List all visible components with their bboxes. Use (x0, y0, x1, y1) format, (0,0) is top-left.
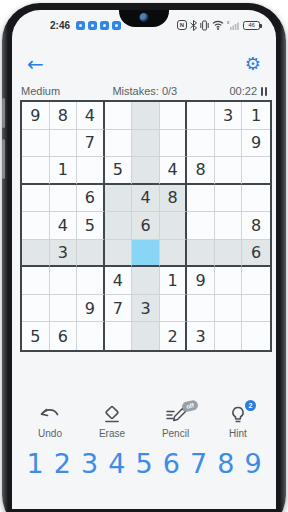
sudoku-cell-r5c1[interactable] (22, 212, 50, 240)
sudoku-cell-r2c3[interactable]: 7 (77, 130, 105, 158)
sudoku-cell-r6c3[interactable] (77, 240, 105, 268)
sudoku-cell-r9c7[interactable]: 3 (187, 322, 215, 350)
front-camera (140, 13, 149, 22)
signal-icon: x (227, 20, 239, 30)
sudoku-cell-r4c3[interactable]: 6 (77, 185, 105, 213)
numpad-9[interactable]: 9 (241, 448, 265, 479)
sudoku-cell-r2c1[interactable] (22, 130, 50, 158)
page: 2:46 N (0, 0, 288, 512)
wifi-icon (212, 20, 224, 30)
pencil-off-badge: off (181, 399, 199, 412)
sudoku-cell-r8c1[interactable] (22, 295, 50, 323)
numpad-8[interactable]: 8 (214, 448, 238, 479)
battery-icon: 46 (243, 21, 260, 30)
notification-app-icon (88, 21, 97, 30)
sudoku-cell-r1c7[interactable] (187, 102, 215, 130)
sudoku-cell-r4c6[interactable]: 8 (160, 185, 188, 213)
clock-text: 2:46 (50, 20, 70, 31)
sudoku-cell-r8c5[interactable]: 3 (132, 295, 160, 323)
nfc-icon: N (177, 20, 187, 30)
sudoku-cell-r8c7[interactable] (187, 295, 215, 323)
sudoku-cell-r9c9[interactable] (242, 322, 270, 350)
sudoku-cell-r6c7[interactable] (187, 240, 215, 268)
sudoku-cell-r3c5[interactable] (132, 157, 160, 185)
sudoku-cell-r3c7[interactable]: 8 (187, 157, 215, 185)
phone-frame: 2:46 N (2, 3, 286, 512)
numpad-2[interactable]: 2 (50, 448, 74, 479)
sudoku-cell-r2c6[interactable] (160, 130, 188, 158)
numpad-7[interactable]: 7 (187, 448, 211, 479)
sudoku-cell-r8c4[interactable]: 7 (105, 295, 133, 323)
sudoku-cell-r7c1[interactable] (22, 267, 50, 295)
pencil-button[interactable]: off Pencil (162, 405, 189, 439)
sudoku-cell-r8c8[interactable] (215, 295, 243, 323)
sudoku-cell-r1c3[interactable]: 4 (77, 102, 105, 130)
notification-app-icon (100, 21, 109, 30)
sudoku-cell-r3c6[interactable]: 4 (160, 157, 188, 185)
erase-label: Erase (99, 428, 125, 439)
numpad-4[interactable]: 4 (105, 448, 129, 479)
sudoku-cell-r5c3[interactable]: 5 (77, 212, 105, 240)
sudoku-cell-r3c9[interactable] (242, 157, 270, 185)
sudoku-cell-r2c2[interactable] (50, 130, 78, 158)
sudoku-cell-r3c4[interactable]: 5 (105, 157, 133, 185)
sudoku-cell-r5c4[interactable] (105, 212, 133, 240)
sudoku-cell-r6c6[interactable] (160, 240, 188, 268)
sudoku-cell-r1c6[interactable] (160, 102, 188, 130)
sudoku-cell-r4c8[interactable] (215, 185, 243, 213)
mistakes-counter: Mistakes: 0/3 (112, 85, 177, 97)
sudoku-board: 984317915486484568364199735623 (20, 100, 272, 352)
sudoku-cell-r5c9[interactable]: 8 (242, 212, 270, 240)
sudoku-cell-r9c4[interactable] (105, 322, 133, 350)
sudoku-cell-r5c6[interactable] (160, 212, 188, 240)
number-pad: 123456789 (12, 448, 276, 479)
phone-screen: 2:46 N (12, 10, 276, 509)
sudoku-cell-r3c2[interactable]: 1 (50, 157, 78, 185)
undo-icon (38, 405, 62, 425)
sudoku-cell-r7c7[interactable]: 9 (187, 267, 215, 295)
sudoku-cell-r1c8[interactable]: 3 (215, 102, 243, 130)
pencil-label: Pencil (162, 428, 189, 439)
sudoku-cell-r2c8[interactable] (215, 130, 243, 158)
sudoku-cell-r4c5[interactable]: 4 (132, 185, 160, 213)
sudoku-cell-r7c2[interactable] (50, 267, 78, 295)
pause-icon[interactable] (261, 87, 267, 96)
sudoku-cell-r3c3[interactable] (77, 157, 105, 185)
power-button (2, 139, 5, 179)
erase-button[interactable]: Erase (99, 405, 125, 439)
sudoku-cell-r6c4[interactable] (105, 240, 133, 268)
settings-gear-icon[interactable]: ⚙ (245, 55, 261, 73)
sudoku-cell-r9c1[interactable]: 5 (22, 322, 50, 350)
sudoku-cell-r9c5[interactable] (132, 322, 160, 350)
sudoku-cell-r7c5[interactable] (132, 267, 160, 295)
sudoku-cell-r7c8[interactable] (215, 267, 243, 295)
bluetooth-icon (190, 20, 197, 31)
sudoku-cell-r4c2[interactable] (50, 185, 78, 213)
vibrate-icon (200, 20, 209, 31)
svg-text:x: x (227, 20, 230, 25)
sudoku-cell-r8c6[interactable] (160, 295, 188, 323)
sudoku-cell-r1c5[interactable] (132, 102, 160, 130)
sudoku-cell-r8c9[interactable] (242, 295, 270, 323)
sudoku-cell-r9c3[interactable] (77, 322, 105, 350)
timer-text: 00:22 (229, 85, 257, 97)
numpad-5[interactable]: 5 (132, 448, 156, 479)
sudoku-cell-r8c2[interactable] (50, 295, 78, 323)
sudoku-cell-r7c9[interactable] (242, 267, 270, 295)
eraser-icon (100, 405, 124, 425)
difficulty-label[interactable]: Medium (21, 85, 60, 97)
hint-label: Hint (229, 428, 247, 439)
timer: 00:22 (229, 85, 267, 97)
sudoku-cell-r6c2[interactable]: 3 (50, 240, 78, 268)
sudoku-cell-r6c8[interactable] (215, 240, 243, 268)
toolbar: Undo Erase off Pencil (12, 405, 276, 439)
info-row: Medium Mistakes: 0/3 00:22 (12, 84, 276, 98)
sudoku-cell-r6c1[interactable] (22, 240, 50, 268)
sudoku-cell-r2c5[interactable] (132, 130, 160, 158)
sudoku-cell-r8c3[interactable]: 9 (77, 295, 105, 323)
numpad-6[interactable]: 6 (159, 448, 183, 479)
sudoku-cell-r9c8[interactable] (215, 322, 243, 350)
sudoku-cell-r7c3[interactable] (77, 267, 105, 295)
notification-app-icon (76, 21, 85, 30)
sudoku-cell-r2c9[interactable]: 9 (242, 130, 270, 158)
back-arrow-icon[interactable]: ← (27, 54, 44, 74)
sudoku-cell-r2c7[interactable] (187, 130, 215, 158)
sudoku-cell-r4c9[interactable] (242, 185, 270, 213)
undo-button[interactable]: Undo (38, 405, 62, 439)
sudoku-cell-r9c2[interactable]: 6 (50, 322, 78, 350)
hint-button[interactable]: 2 Hint (226, 405, 250, 439)
sudoku-cell-r6c9[interactable]: 6 (242, 240, 270, 268)
sudoku-cell-r2c4[interactable] (105, 130, 133, 158)
numpad-1[interactable]: 1 (23, 448, 47, 479)
sudoku-cell-r1c1[interactable]: 9 (22, 102, 50, 130)
sudoku-cell-r3c1[interactable] (22, 157, 50, 185)
sudoku-cell-r4c1[interactable] (22, 185, 50, 213)
sudoku-cell-r1c2[interactable]: 8 (50, 102, 78, 130)
sudoku-cell-r1c4[interactable] (105, 102, 133, 130)
sudoku-cell-r3c8[interactable] (215, 157, 243, 185)
sudoku-cell-r7c4[interactable]: 4 (105, 267, 133, 295)
sudoku-cell-r5c2[interactable]: 4 (50, 212, 78, 240)
notch (119, 10, 169, 27)
sudoku-cell-r4c7[interactable] (187, 185, 215, 213)
sudoku-cell-r5c8[interactable] (215, 212, 243, 240)
sudoku-cell-r9c6[interactable]: 2 (160, 322, 188, 350)
header: ← ⚙ (12, 50, 276, 78)
sudoku-cell-r1c9[interactable]: 1 (242, 102, 270, 130)
sudoku-cell-r5c5[interactable]: 6 (132, 212, 160, 240)
undo-label: Undo (38, 428, 62, 439)
notification-app-icon (112, 21, 121, 30)
sudoku-cell-r5c7[interactable] (187, 212, 215, 240)
sudoku-cell-r4c4[interactable] (105, 185, 133, 213)
status-left: 2:46 (50, 20, 121, 31)
status-right: N x (177, 20, 260, 31)
volume-button (2, 98, 5, 128)
numpad-3[interactable]: 3 (78, 448, 102, 479)
hint-count-badge: 2 (245, 400, 256, 411)
sudoku-cell-r7c6[interactable]: 1 (160, 267, 188, 295)
sudoku-cell-r6c5[interactable] (132, 240, 160, 268)
